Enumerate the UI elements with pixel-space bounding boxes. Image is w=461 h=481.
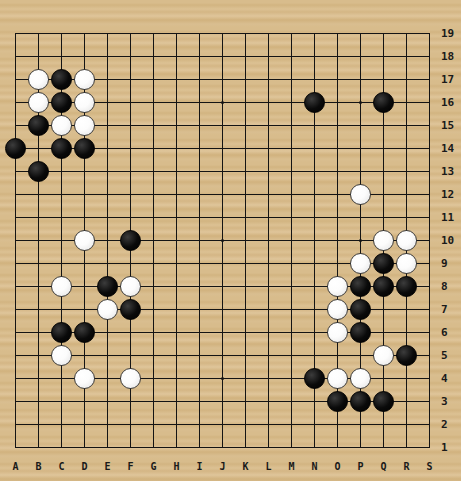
board-point-K18[interactable]	[234, 45, 257, 68]
board-point-E13[interactable]	[96, 160, 119, 183]
board-point-P1[interactable]	[349, 436, 372, 459]
board-point-H8[interactable]	[165, 275, 188, 298]
board-point-C5[interactable]	[50, 344, 73, 367]
board-point-G5[interactable]	[142, 344, 165, 367]
board-point-S3[interactable]	[418, 390, 441, 413]
board-point-G19[interactable]	[142, 22, 165, 45]
board-point-N6[interactable]	[303, 321, 326, 344]
board-point-H10[interactable]	[165, 229, 188, 252]
board-point-Q15[interactable]	[372, 114, 395, 137]
board-point-Q2[interactable]	[372, 413, 395, 436]
board-point-C7[interactable]	[50, 298, 73, 321]
board-point-K14[interactable]	[234, 137, 257, 160]
board-point-K8[interactable]	[234, 275, 257, 298]
board-point-C10[interactable]	[50, 229, 73, 252]
board-point-I18[interactable]	[188, 45, 211, 68]
board-point-C1[interactable]	[50, 436, 73, 459]
board-point-M19[interactable]	[280, 22, 303, 45]
board-point-L19[interactable]	[257, 22, 280, 45]
board-point-M15[interactable]	[280, 114, 303, 137]
board-point-K10[interactable]	[234, 229, 257, 252]
board-point-Q13[interactable]	[372, 160, 395, 183]
board-point-K16[interactable]	[234, 91, 257, 114]
board-point-D9[interactable]	[73, 252, 96, 275]
board-point-O11[interactable]	[326, 206, 349, 229]
board-point-M7[interactable]	[280, 298, 303, 321]
board-point-A9[interactable]	[4, 252, 27, 275]
board-point-E1[interactable]	[96, 436, 119, 459]
board-point-Q12[interactable]	[372, 183, 395, 206]
board-point-M18[interactable]	[280, 45, 303, 68]
board-point-Q4[interactable]	[372, 367, 395, 390]
board-point-I5[interactable]	[188, 344, 211, 367]
board-point-R8[interactable]	[395, 275, 418, 298]
board-point-K2[interactable]	[234, 413, 257, 436]
board-point-E15[interactable]	[96, 114, 119, 137]
board-point-N9[interactable]	[303, 252, 326, 275]
board-point-Q10[interactable]	[372, 229, 395, 252]
board-point-A18[interactable]	[4, 45, 27, 68]
board-point-K17[interactable]	[234, 68, 257, 91]
board-point-C13[interactable]	[50, 160, 73, 183]
board-point-D4[interactable]	[73, 367, 96, 390]
board-point-J18[interactable]	[211, 45, 234, 68]
board-point-M9[interactable]	[280, 252, 303, 275]
board-point-H14[interactable]	[165, 137, 188, 160]
board-point-G8[interactable]	[142, 275, 165, 298]
board-point-Q9[interactable]	[372, 252, 395, 275]
board-point-D11[interactable]	[73, 206, 96, 229]
board-point-E18[interactable]	[96, 45, 119, 68]
board-point-I13[interactable]	[188, 160, 211, 183]
board-point-Q8[interactable]	[372, 275, 395, 298]
board-point-N4[interactable]	[303, 367, 326, 390]
board-point-L8[interactable]	[257, 275, 280, 298]
board-point-C6[interactable]	[50, 321, 73, 344]
board-point-J12[interactable]	[211, 183, 234, 206]
board-point-N1[interactable]	[303, 436, 326, 459]
board-point-C3[interactable]	[50, 390, 73, 413]
board-point-Q11[interactable]	[372, 206, 395, 229]
board-point-L11[interactable]	[257, 206, 280, 229]
board-point-H9[interactable]	[165, 252, 188, 275]
board-point-G18[interactable]	[142, 45, 165, 68]
board-point-R16[interactable]	[395, 91, 418, 114]
board-point-P6[interactable]	[349, 321, 372, 344]
board-point-I4[interactable]	[188, 367, 211, 390]
board-point-F4[interactable]	[119, 367, 142, 390]
board-point-F16[interactable]	[119, 91, 142, 114]
board-point-J19[interactable]	[211, 22, 234, 45]
board-point-M14[interactable]	[280, 137, 303, 160]
board-point-Q6[interactable]	[372, 321, 395, 344]
board-point-B14[interactable]	[27, 137, 50, 160]
board-point-H6[interactable]	[165, 321, 188, 344]
board-point-H3[interactable]	[165, 390, 188, 413]
board-point-L15[interactable]	[257, 114, 280, 137]
board-point-J17[interactable]	[211, 68, 234, 91]
board-point-N3[interactable]	[303, 390, 326, 413]
board-point-J4[interactable]	[211, 367, 234, 390]
board-point-D18[interactable]	[73, 45, 96, 68]
board-point-R6[interactable]	[395, 321, 418, 344]
board-point-R4[interactable]	[395, 367, 418, 390]
board-point-C18[interactable]	[50, 45, 73, 68]
board-point-B12[interactable]	[27, 183, 50, 206]
board-point-N19[interactable]	[303, 22, 326, 45]
board-point-N12[interactable]	[303, 183, 326, 206]
board-point-M13[interactable]	[280, 160, 303, 183]
board-point-N5[interactable]	[303, 344, 326, 367]
board-point-H15[interactable]	[165, 114, 188, 137]
board-point-N18[interactable]	[303, 45, 326, 68]
board-point-A6[interactable]	[4, 321, 27, 344]
board-point-D12[interactable]	[73, 183, 96, 206]
board-point-P19[interactable]	[349, 22, 372, 45]
board-point-D15[interactable]	[73, 114, 96, 137]
board-point-L3[interactable]	[257, 390, 280, 413]
board-point-D16[interactable]	[73, 91, 96, 114]
board-point-P12[interactable]	[349, 183, 372, 206]
board-point-D1[interactable]	[73, 436, 96, 459]
board-point-R5[interactable]	[395, 344, 418, 367]
board-point-R7[interactable]	[395, 298, 418, 321]
board-point-J9[interactable]	[211, 252, 234, 275]
board-point-M6[interactable]	[280, 321, 303, 344]
board-point-H16[interactable]	[165, 91, 188, 114]
board-point-C15[interactable]	[50, 114, 73, 137]
board-point-F9[interactable]	[119, 252, 142, 275]
board-point-E3[interactable]	[96, 390, 119, 413]
board-point-J6[interactable]	[211, 321, 234, 344]
board-point-L12[interactable]	[257, 183, 280, 206]
board-point-L6[interactable]	[257, 321, 280, 344]
board-point-L1[interactable]	[257, 436, 280, 459]
board-point-I19[interactable]	[188, 22, 211, 45]
board-point-N15[interactable]	[303, 114, 326, 137]
board-point-K15[interactable]	[234, 114, 257, 137]
board-point-O19[interactable]	[326, 22, 349, 45]
board-point-J16[interactable]	[211, 91, 234, 114]
board-point-Q5[interactable]	[372, 344, 395, 367]
board-point-I9[interactable]	[188, 252, 211, 275]
board-point-N10[interactable]	[303, 229, 326, 252]
board-point-I8[interactable]	[188, 275, 211, 298]
board-point-Q16[interactable]	[372, 91, 395, 114]
board-point-G7[interactable]	[142, 298, 165, 321]
board-point-B3[interactable]	[27, 390, 50, 413]
board-point-O13[interactable]	[326, 160, 349, 183]
board-point-N7[interactable]	[303, 298, 326, 321]
board-point-B16[interactable]	[27, 91, 50, 114]
board-point-O9[interactable]	[326, 252, 349, 275]
board-point-P2[interactable]	[349, 413, 372, 436]
board-point-P14[interactable]	[349, 137, 372, 160]
board-point-F1[interactable]	[119, 436, 142, 459]
board-point-O10[interactable]	[326, 229, 349, 252]
board-point-O7[interactable]	[326, 298, 349, 321]
board-point-R3[interactable]	[395, 390, 418, 413]
board-point-C16[interactable]	[50, 91, 73, 114]
board-point-I15[interactable]	[188, 114, 211, 137]
board-point-G3[interactable]	[142, 390, 165, 413]
board-point-G16[interactable]	[142, 91, 165, 114]
board-point-Q18[interactable]	[372, 45, 395, 68]
board-point-L13[interactable]	[257, 160, 280, 183]
board-point-S11[interactable]	[418, 206, 441, 229]
board-point-L7[interactable]	[257, 298, 280, 321]
board-point-H7[interactable]	[165, 298, 188, 321]
board-point-S2[interactable]	[418, 413, 441, 436]
board-point-E7[interactable]	[96, 298, 119, 321]
board-point-I17[interactable]	[188, 68, 211, 91]
board-point-P4[interactable]	[349, 367, 372, 390]
board-point-N13[interactable]	[303, 160, 326, 183]
board-point-O2[interactable]	[326, 413, 349, 436]
board-point-G11[interactable]	[142, 206, 165, 229]
board-point-A17[interactable]	[4, 68, 27, 91]
board-point-K7[interactable]	[234, 298, 257, 321]
board-point-F11[interactable]	[119, 206, 142, 229]
board-point-S1[interactable]	[418, 436, 441, 459]
board-point-J7[interactable]	[211, 298, 234, 321]
board-point-S9[interactable]	[418, 252, 441, 275]
board-point-K1[interactable]	[234, 436, 257, 459]
board-point-D10[interactable]	[73, 229, 96, 252]
board-point-G4[interactable]	[142, 367, 165, 390]
board-point-C17[interactable]	[50, 68, 73, 91]
board-point-E9[interactable]	[96, 252, 119, 275]
board-point-E4[interactable]	[96, 367, 119, 390]
board-point-C9[interactable]	[50, 252, 73, 275]
board-point-I6[interactable]	[188, 321, 211, 344]
board-point-F2[interactable]	[119, 413, 142, 436]
board-point-I11[interactable]	[188, 206, 211, 229]
board-point-N17[interactable]	[303, 68, 326, 91]
board-point-D19[interactable]	[73, 22, 96, 45]
board-point-B17[interactable]	[27, 68, 50, 91]
board-point-P9[interactable]	[349, 252, 372, 275]
board-point-A5[interactable]	[4, 344, 27, 367]
board-point-Q7[interactable]	[372, 298, 395, 321]
board-point-E11[interactable]	[96, 206, 119, 229]
board-point-J14[interactable]	[211, 137, 234, 160]
board-point-E8[interactable]	[96, 275, 119, 298]
board-point-F7[interactable]	[119, 298, 142, 321]
board-point-B8[interactable]	[27, 275, 50, 298]
board-point-G13[interactable]	[142, 160, 165, 183]
board-point-C19[interactable]	[50, 22, 73, 45]
board-point-F8[interactable]	[119, 275, 142, 298]
board-point-A14[interactable]	[4, 137, 27, 160]
board-point-D6[interactable]	[73, 321, 96, 344]
board-point-K4[interactable]	[234, 367, 257, 390]
board-point-H17[interactable]	[165, 68, 188, 91]
board-point-H19[interactable]	[165, 22, 188, 45]
board-point-R9[interactable]	[395, 252, 418, 275]
board-point-R18[interactable]	[395, 45, 418, 68]
board-point-A8[interactable]	[4, 275, 27, 298]
board-point-O8[interactable]	[326, 275, 349, 298]
board-point-C12[interactable]	[50, 183, 73, 206]
board-point-S15[interactable]	[418, 114, 441, 137]
board-point-G2[interactable]	[142, 413, 165, 436]
board-point-F17[interactable]	[119, 68, 142, 91]
board-point-R11[interactable]	[395, 206, 418, 229]
board-point-H13[interactable]	[165, 160, 188, 183]
board-point-O4[interactable]	[326, 367, 349, 390]
board-point-S14[interactable]	[418, 137, 441, 160]
board-point-R15[interactable]	[395, 114, 418, 137]
board-point-S4[interactable]	[418, 367, 441, 390]
board-point-I16[interactable]	[188, 91, 211, 114]
board-point-B15[interactable]	[27, 114, 50, 137]
board-point-N14[interactable]	[303, 137, 326, 160]
board-point-K9[interactable]	[234, 252, 257, 275]
board-point-M8[interactable]	[280, 275, 303, 298]
board-point-O16[interactable]	[326, 91, 349, 114]
board-point-L18[interactable]	[257, 45, 280, 68]
board-point-C14[interactable]	[50, 137, 73, 160]
board-point-S6[interactable]	[418, 321, 441, 344]
board-point-E17[interactable]	[96, 68, 119, 91]
board-point-G14[interactable]	[142, 137, 165, 160]
board-point-Q1[interactable]	[372, 436, 395, 459]
board-point-F12[interactable]	[119, 183, 142, 206]
board-point-L9[interactable]	[257, 252, 280, 275]
board-point-L17[interactable]	[257, 68, 280, 91]
board-point-M16[interactable]	[280, 91, 303, 114]
board-point-S19[interactable]	[418, 22, 441, 45]
board-point-J5[interactable]	[211, 344, 234, 367]
board-point-S13[interactable]	[418, 160, 441, 183]
board-point-S17[interactable]	[418, 68, 441, 91]
board-point-I14[interactable]	[188, 137, 211, 160]
board-point-K11[interactable]	[234, 206, 257, 229]
board-point-I3[interactable]	[188, 390, 211, 413]
board-point-F15[interactable]	[119, 114, 142, 137]
board-point-E5[interactable]	[96, 344, 119, 367]
board-point-B6[interactable]	[27, 321, 50, 344]
board-point-B1[interactable]	[27, 436, 50, 459]
board-point-A15[interactable]	[4, 114, 27, 137]
board-point-G15[interactable]	[142, 114, 165, 137]
board-point-A7[interactable]	[4, 298, 27, 321]
board-point-P10[interactable]	[349, 229, 372, 252]
board-point-M3[interactable]	[280, 390, 303, 413]
board-point-E10[interactable]	[96, 229, 119, 252]
board-point-K19[interactable]	[234, 22, 257, 45]
board-point-A10[interactable]	[4, 229, 27, 252]
board-point-A1[interactable]	[4, 436, 27, 459]
board-point-M2[interactable]	[280, 413, 303, 436]
board-point-Q19[interactable]	[372, 22, 395, 45]
board-point-C11[interactable]	[50, 206, 73, 229]
board-point-H2[interactable]	[165, 413, 188, 436]
board-point-J10[interactable]	[211, 229, 234, 252]
board-point-D3[interactable]	[73, 390, 96, 413]
board-point-M11[interactable]	[280, 206, 303, 229]
board-point-A16[interactable]	[4, 91, 27, 114]
board-point-N8[interactable]	[303, 275, 326, 298]
board-point-Q17[interactable]	[372, 68, 395, 91]
board-point-D14[interactable]	[73, 137, 96, 160]
board-point-J11[interactable]	[211, 206, 234, 229]
board-point-B10[interactable]	[27, 229, 50, 252]
board-point-J2[interactable]	[211, 413, 234, 436]
board-point-M4[interactable]	[280, 367, 303, 390]
board-point-D8[interactable]	[73, 275, 96, 298]
board-point-B13[interactable]	[27, 160, 50, 183]
board-point-E14[interactable]	[96, 137, 119, 160]
board-point-G9[interactable]	[142, 252, 165, 275]
board-point-R17[interactable]	[395, 68, 418, 91]
board-point-Q3[interactable]	[372, 390, 395, 413]
board-point-E12[interactable]	[96, 183, 119, 206]
board-point-P17[interactable]	[349, 68, 372, 91]
board-point-O5[interactable]	[326, 344, 349, 367]
board-point-L14[interactable]	[257, 137, 280, 160]
board-point-I7[interactable]	[188, 298, 211, 321]
board-point-F3[interactable]	[119, 390, 142, 413]
board-point-O14[interactable]	[326, 137, 349, 160]
board-point-M10[interactable]	[280, 229, 303, 252]
board-point-P15[interactable]	[349, 114, 372, 137]
board-point-C8[interactable]	[50, 275, 73, 298]
board-point-G17[interactable]	[142, 68, 165, 91]
board-point-A19[interactable]	[4, 22, 27, 45]
board-point-L16[interactable]	[257, 91, 280, 114]
board-point-M5[interactable]	[280, 344, 303, 367]
board-point-O17[interactable]	[326, 68, 349, 91]
board-point-G12[interactable]	[142, 183, 165, 206]
board-point-F6[interactable]	[119, 321, 142, 344]
board-point-B18[interactable]	[27, 45, 50, 68]
board-point-R14[interactable]	[395, 137, 418, 160]
board-point-B4[interactable]	[27, 367, 50, 390]
board-point-C4[interactable]	[50, 367, 73, 390]
board-point-G1[interactable]	[142, 436, 165, 459]
board-point-D5[interactable]	[73, 344, 96, 367]
board-point-F18[interactable]	[119, 45, 142, 68]
board-point-R13[interactable]	[395, 160, 418, 183]
board-point-L5[interactable]	[257, 344, 280, 367]
board-point-D7[interactable]	[73, 298, 96, 321]
board-point-P18[interactable]	[349, 45, 372, 68]
board-point-F13[interactable]	[119, 160, 142, 183]
board-point-R1[interactable]	[395, 436, 418, 459]
board-point-S7[interactable]	[418, 298, 441, 321]
board-point-J8[interactable]	[211, 275, 234, 298]
board-point-J15[interactable]	[211, 114, 234, 137]
board-point-O18[interactable]	[326, 45, 349, 68]
board-point-M12[interactable]	[280, 183, 303, 206]
board-point-B19[interactable]	[27, 22, 50, 45]
board-point-B2[interactable]	[27, 413, 50, 436]
board-point-Q14[interactable]	[372, 137, 395, 160]
board-point-K12[interactable]	[234, 183, 257, 206]
board-point-P13[interactable]	[349, 160, 372, 183]
board-point-N2[interactable]	[303, 413, 326, 436]
board-point-J1[interactable]	[211, 436, 234, 459]
board-point-L10[interactable]	[257, 229, 280, 252]
board-point-A2[interactable]	[4, 413, 27, 436]
board-point-R12[interactable]	[395, 183, 418, 206]
board-point-R10[interactable]	[395, 229, 418, 252]
board-point-N16[interactable]	[303, 91, 326, 114]
board-point-S10[interactable]	[418, 229, 441, 252]
board-point-I2[interactable]	[188, 413, 211, 436]
